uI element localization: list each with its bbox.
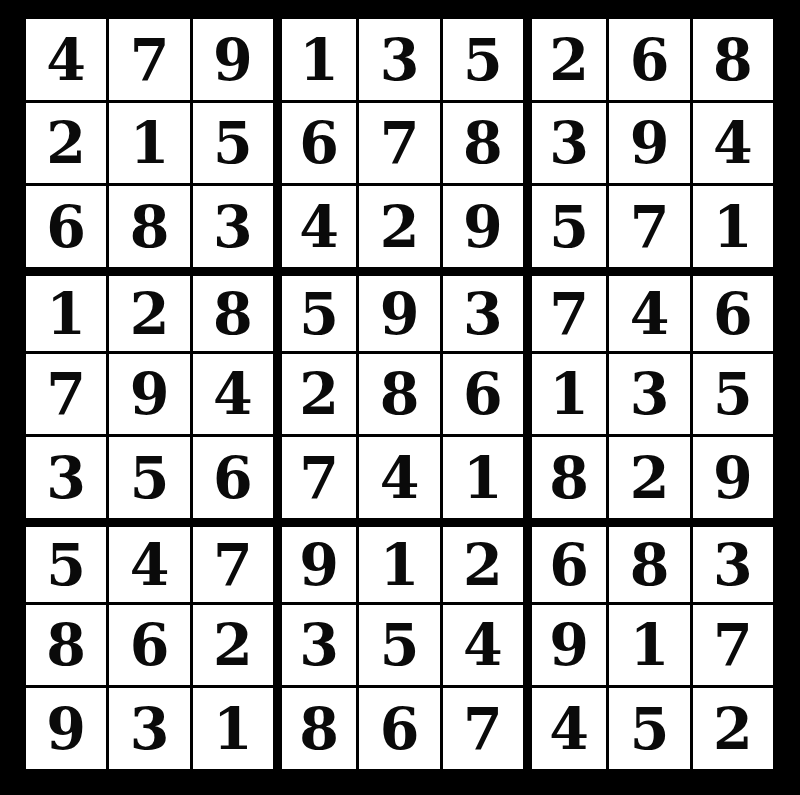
cell-r3c5[interactable]: 2 [359,186,439,267]
cell-r5c5[interactable]: 8 [359,354,439,435]
cell-r6c2[interactable]: 5 [109,437,189,518]
cell-r8c6[interactable]: 4 [443,605,523,686]
cell-r9c3[interactable]: 1 [193,688,273,769]
cell-r8c8[interactable]: 1 [609,605,689,686]
cell-r5c7[interactable]: 1 [526,354,606,435]
cell-r2c6[interactable]: 8 [443,103,523,184]
cell-r5c4[interactable]: 2 [276,354,356,435]
cell-r1c3[interactable]: 9 [193,19,273,100]
cell-r7c1[interactable]: 5 [26,521,106,602]
cell-r6c7[interactable]: 8 [526,437,606,518]
cell-r9c6[interactable]: 7 [443,688,523,769]
cell-r6c4[interactable]: 7 [276,437,356,518]
sudoku-grid: 4791352682156783946834295711285937467942… [26,19,773,769]
cell-r1c5[interactable]: 3 [359,19,439,100]
cell-r9c4[interactable]: 8 [276,688,356,769]
cell-r5c6[interactable]: 6 [443,354,523,435]
cell-r8c1[interactable]: 8 [26,605,106,686]
cell-r1c1[interactable]: 4 [26,19,106,100]
cell-r5c2[interactable]: 9 [109,354,189,435]
cell-r6c6[interactable]: 1 [443,437,523,518]
cell-r2c4[interactable]: 6 [276,103,356,184]
cell-r1c4[interactable]: 1 [276,19,356,100]
cell-r2c3[interactable]: 5 [193,103,273,184]
cell-r3c8[interactable]: 7 [609,186,689,267]
cell-r4c2[interactable]: 2 [109,270,189,351]
cell-r1c9[interactable]: 8 [693,19,773,100]
cell-r7c6[interactable]: 2 [443,521,523,602]
sudoku-page: 4791352682156783946834295711285937467942… [0,0,800,795]
cell-r7c7[interactable]: 6 [526,521,606,602]
cell-r9c1[interactable]: 9 [26,688,106,769]
cell-r6c5[interactable]: 4 [359,437,439,518]
cell-r5c1[interactable]: 7 [26,354,106,435]
cell-r9c8[interactable]: 5 [609,688,689,769]
cell-r1c6[interactable]: 5 [443,19,523,100]
cell-r3c9[interactable]: 1 [693,186,773,267]
cell-r2c8[interactable]: 9 [609,103,689,184]
cell-r4c1[interactable]: 1 [26,270,106,351]
cell-r7c4[interactable]: 9 [276,521,356,602]
cell-r3c4[interactable]: 4 [276,186,356,267]
cell-r7c5[interactable]: 1 [359,521,439,602]
cell-r9c5[interactable]: 6 [359,688,439,769]
cell-r6c1[interactable]: 3 [26,437,106,518]
cell-r8c3[interactable]: 2 [193,605,273,686]
cell-r8c5[interactable]: 5 [359,605,439,686]
cell-r4c9[interactable]: 6 [693,270,773,351]
cell-r4c8[interactable]: 4 [609,270,689,351]
cell-r6c3[interactable]: 6 [193,437,273,518]
cell-r3c7[interactable]: 5 [526,186,606,267]
cell-r9c2[interactable]: 3 [109,688,189,769]
cell-r4c3[interactable]: 8 [193,270,273,351]
cell-r3c6[interactable]: 9 [443,186,523,267]
cell-r5c8[interactable]: 3 [609,354,689,435]
cell-r2c9[interactable]: 4 [693,103,773,184]
cell-r5c9[interactable]: 5 [693,354,773,435]
cell-r5c3[interactable]: 4 [193,354,273,435]
cell-r4c7[interactable]: 7 [526,270,606,351]
cell-r2c5[interactable]: 7 [359,103,439,184]
cell-r2c7[interactable]: 3 [526,103,606,184]
cell-r1c8[interactable]: 6 [609,19,689,100]
cell-r4c4[interactable]: 5 [276,270,356,351]
cell-r7c8[interactable]: 8 [609,521,689,602]
cell-r3c3[interactable]: 3 [193,186,273,267]
cell-r2c2[interactable]: 1 [109,103,189,184]
cell-r1c2[interactable]: 7 [109,19,189,100]
cell-r8c2[interactable]: 6 [109,605,189,686]
cell-r3c2[interactable]: 8 [109,186,189,267]
cell-r2c1[interactable]: 2 [26,103,106,184]
cell-r8c7[interactable]: 9 [526,605,606,686]
cell-r4c6[interactable]: 3 [443,270,523,351]
cell-r6c8[interactable]: 2 [609,437,689,518]
cell-r9c7[interactable]: 4 [526,688,606,769]
cell-r1c7[interactable]: 2 [526,19,606,100]
cell-r8c4[interactable]: 3 [276,605,356,686]
cell-r7c3[interactable]: 7 [193,521,273,602]
cell-r9c9[interactable]: 2 [693,688,773,769]
cell-r7c9[interactable]: 3 [693,521,773,602]
cell-r7c2[interactable]: 4 [109,521,189,602]
cell-r8c9[interactable]: 7 [693,605,773,686]
cell-r3c1[interactable]: 6 [26,186,106,267]
cell-r4c5[interactable]: 9 [359,270,439,351]
cell-r6c9[interactable]: 9 [693,437,773,518]
